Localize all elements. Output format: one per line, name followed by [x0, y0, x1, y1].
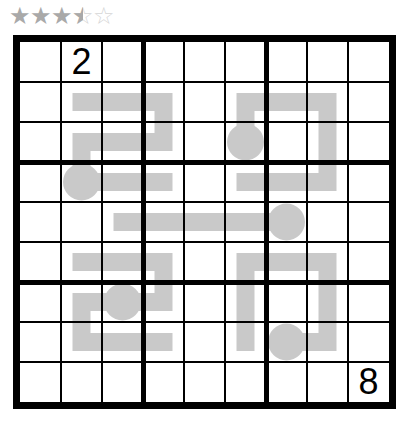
- cell-r8c1[interactable]: [20, 322, 61, 362]
- cell-r3c7[interactable]: [266, 122, 307, 162]
- cell-r4c2[interactable]: [61, 162, 102, 202]
- cell-r2c4[interactable]: [143, 82, 184, 122]
- cell-r1c5[interactable]: [184, 42, 225, 82]
- cell-r1c4[interactable]: [143, 42, 184, 82]
- cell-r4c4[interactable]: [143, 162, 184, 202]
- star-3-filled-icon: ★: [51, 2, 72, 30]
- difficulty-rating: ★★★☆★☆: [9, 2, 114, 30]
- cell-r7c4[interactable]: [143, 282, 184, 322]
- cell-r5c7[interactable]: [266, 202, 307, 242]
- cell-r8c6[interactable]: [225, 322, 266, 362]
- cell-r1c8[interactable]: [307, 42, 348, 82]
- cell-r3c3[interactable]: [102, 122, 143, 162]
- cell-r6c9[interactable]: [348, 242, 389, 282]
- cell-r7c9[interactable]: [348, 282, 389, 322]
- cell-r3c1[interactable]: [20, 122, 61, 162]
- puzzle-page: ★★★☆★☆ 28: [0, 0, 403, 421]
- given-digit: 2: [71, 44, 91, 80]
- cell-r6c6[interactable]: [225, 242, 266, 282]
- cell-r8c2[interactable]: [61, 322, 102, 362]
- cell-r7c8[interactable]: [307, 282, 348, 322]
- cell-r1c6[interactable]: [225, 42, 266, 82]
- cell-r5c2[interactable]: [61, 202, 102, 242]
- cell-r7c7[interactable]: [266, 282, 307, 322]
- cell-r1c3[interactable]: [102, 42, 143, 82]
- cell-r5c8[interactable]: [307, 202, 348, 242]
- cell-r7c6[interactable]: [225, 282, 266, 322]
- star-4-half-icon: ☆★: [72, 2, 93, 30]
- cell-r8c7[interactable]: [266, 322, 307, 362]
- cell-r3c8[interactable]: [307, 122, 348, 162]
- cell-r4c7[interactable]: [266, 162, 307, 202]
- cell-r5c6[interactable]: [225, 202, 266, 242]
- cell-r1c7[interactable]: [266, 42, 307, 82]
- cell-r2c1[interactable]: [20, 82, 61, 122]
- cell-r9c5[interactable]: [184, 362, 225, 402]
- cell-r3c4[interactable]: [143, 122, 184, 162]
- cell-r1c9[interactable]: [348, 42, 389, 82]
- cell-r4c6[interactable]: [225, 162, 266, 202]
- cell-r6c5[interactable]: [184, 242, 225, 282]
- cell-r7c3[interactable]: [102, 282, 143, 322]
- cell-r7c1[interactable]: [20, 282, 61, 322]
- cell-r6c4[interactable]: [143, 242, 184, 282]
- sudoku-grid: 28: [20, 42, 389, 402]
- sudoku-board: 28: [13, 35, 396, 409]
- cell-r6c1[interactable]: [20, 242, 61, 282]
- cell-r5c1[interactable]: [20, 202, 61, 242]
- cell-r8c4[interactable]: [143, 322, 184, 362]
- given-digit: 8: [358, 364, 378, 400]
- cell-r5c4[interactable]: [143, 202, 184, 242]
- cell-r4c9[interactable]: [348, 162, 389, 202]
- cell-r9c8[interactable]: [307, 362, 348, 402]
- cell-r9c2[interactable]: [61, 362, 102, 402]
- cell-r8c5[interactable]: [184, 322, 225, 362]
- cell-r4c1[interactable]: [20, 162, 61, 202]
- cell-r7c5[interactable]: [184, 282, 225, 322]
- cell-r1c1[interactable]: [20, 42, 61, 82]
- cell-r8c3[interactable]: [102, 322, 143, 362]
- cell-r9c4[interactable]: [143, 362, 184, 402]
- cell-r9c1[interactable]: [20, 362, 61, 402]
- cell-r8c8[interactable]: [307, 322, 348, 362]
- cell-r9c9[interactable]: 8: [348, 362, 389, 402]
- cell-r6c3[interactable]: [102, 242, 143, 282]
- cell-r5c3[interactable]: [102, 202, 143, 242]
- cell-r5c5[interactable]: [184, 202, 225, 242]
- star-5-empty-icon: ☆: [93, 2, 114, 30]
- cell-r2c6[interactable]: [225, 82, 266, 122]
- cell-r7c2[interactable]: [61, 282, 102, 322]
- cell-r1c2[interactable]: 2: [61, 42, 102, 82]
- cell-r5c9[interactable]: [348, 202, 389, 242]
- cell-r2c8[interactable]: [307, 82, 348, 122]
- cell-r3c2[interactable]: [61, 122, 102, 162]
- cell-r6c7[interactable]: [266, 242, 307, 282]
- cell-r4c5[interactable]: [184, 162, 225, 202]
- cell-r3c6[interactable]: [225, 122, 266, 162]
- cell-r8c9[interactable]: [348, 322, 389, 362]
- cell-r3c5[interactable]: [184, 122, 225, 162]
- cell-r4c8[interactable]: [307, 162, 348, 202]
- star-2-filled-icon: ★: [30, 2, 51, 30]
- cell-r4c3[interactable]: [102, 162, 143, 202]
- cell-r2c5[interactable]: [184, 82, 225, 122]
- cell-r9c7[interactable]: [266, 362, 307, 402]
- cell-r9c3[interactable]: [102, 362, 143, 402]
- cell-r2c2[interactable]: [61, 82, 102, 122]
- cell-r3c9[interactable]: [348, 122, 389, 162]
- cell-r9c6[interactable]: [225, 362, 266, 402]
- cell-r2c7[interactable]: [266, 82, 307, 122]
- cell-r6c2[interactable]: [61, 242, 102, 282]
- cell-r6c8[interactable]: [307, 242, 348, 282]
- star-1-filled-icon: ★: [9, 2, 30, 30]
- cell-r2c9[interactable]: [348, 82, 389, 122]
- cell-r2c3[interactable]: [102, 82, 143, 122]
